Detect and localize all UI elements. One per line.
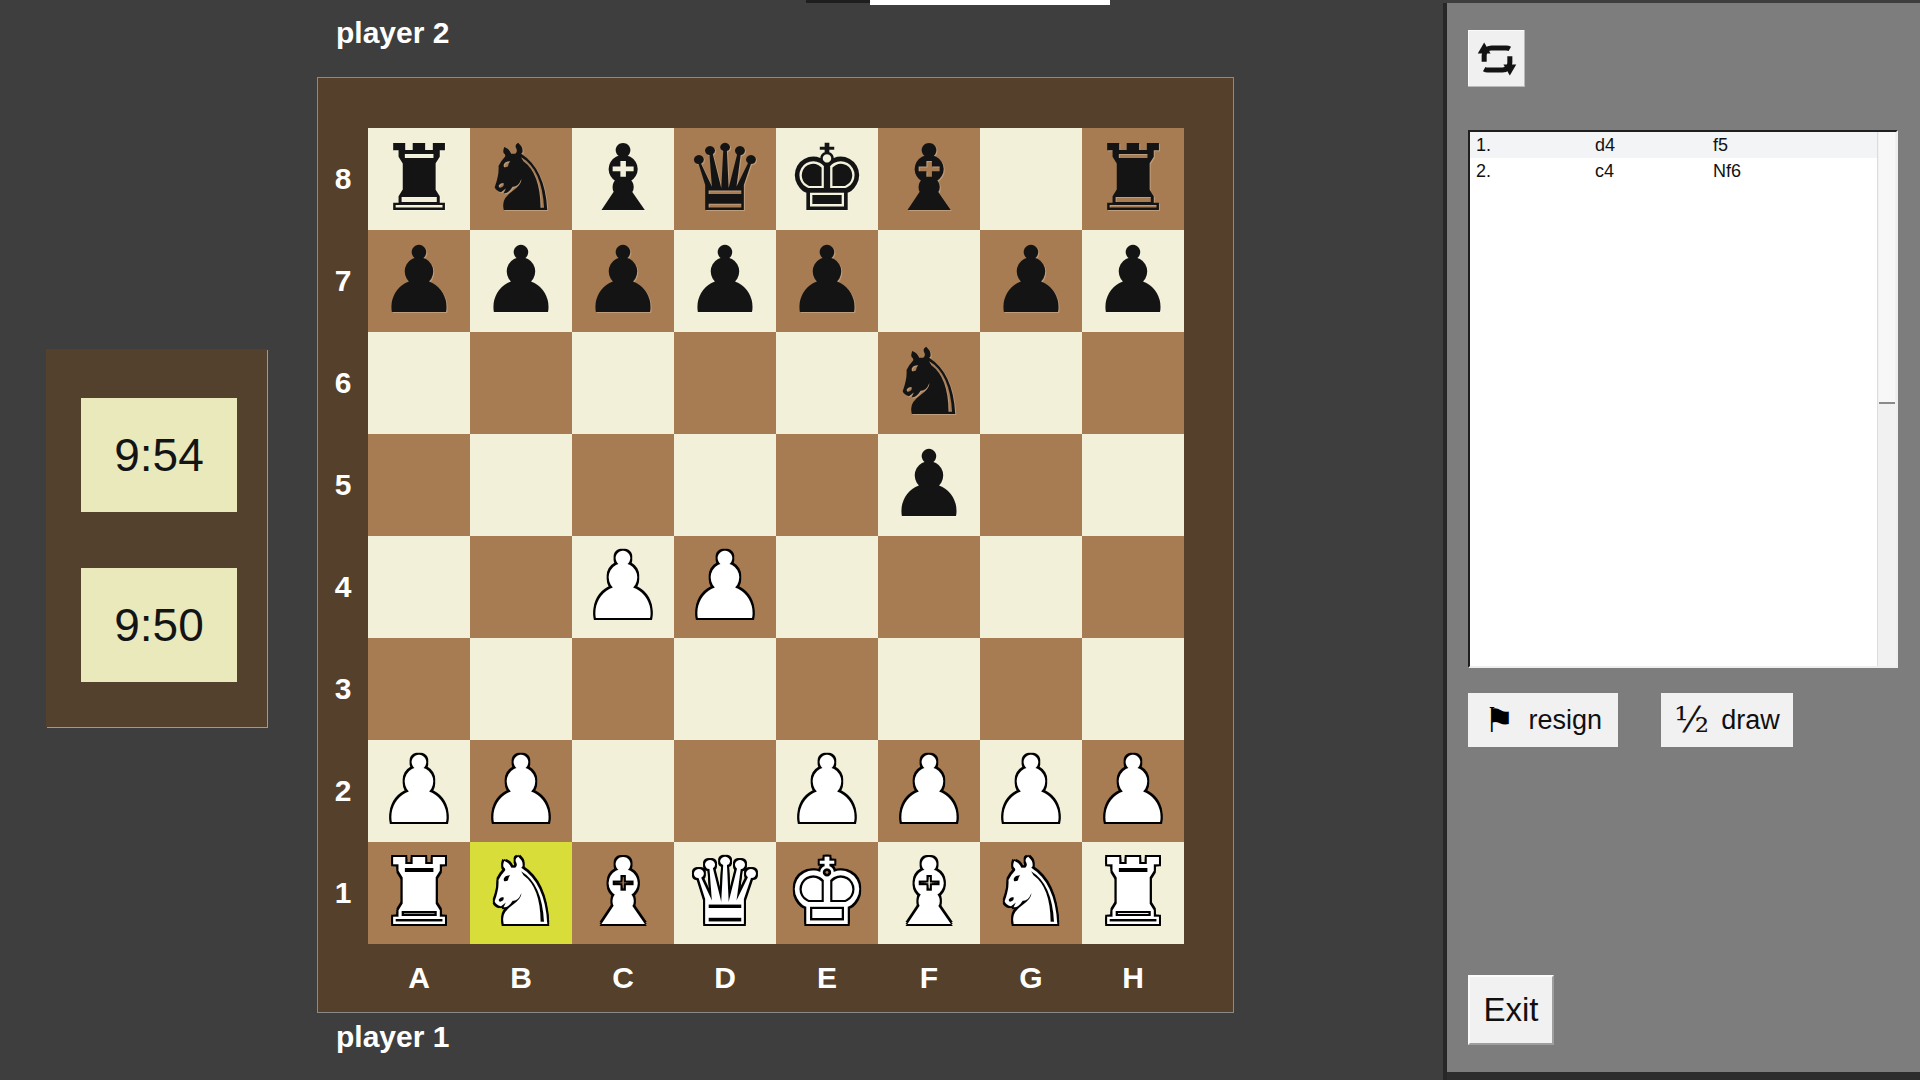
piece-white-N[interactable]: ♞ xyxy=(990,842,1072,944)
piece-white-P[interactable]: ♟ xyxy=(990,740,1072,842)
square-g7[interactable]: ♟ xyxy=(980,230,1082,332)
square-f8[interactable]: ♝ xyxy=(878,128,980,230)
square-a4[interactable] xyxy=(368,536,470,638)
square-c1[interactable]: ♝ xyxy=(572,842,674,944)
square-f2[interactable]: ♟ xyxy=(878,740,980,842)
square-e3[interactable] xyxy=(776,638,878,740)
square-a5[interactable] xyxy=(368,434,470,536)
square-d6[interactable] xyxy=(674,332,776,434)
mv-black: Nf6 xyxy=(1713,161,1896,182)
square-f6[interactable]: ♞ xyxy=(878,332,980,434)
file-label-G: G xyxy=(980,944,1082,1012)
square-a2[interactable]: ♟ xyxy=(368,740,470,842)
rank-label-5: 5 xyxy=(318,434,368,536)
square-b4[interactable] xyxy=(470,536,572,638)
mv-num: 1. xyxy=(1470,135,1595,156)
rank-label-3: 3 xyxy=(318,638,368,740)
square-g2[interactable]: ♟ xyxy=(980,740,1082,842)
square-b1[interactable]: ♞ xyxy=(470,842,572,944)
exit-button-label: Exit xyxy=(1483,991,1538,1029)
file-labels: ABCDEFGH xyxy=(368,944,1184,1012)
file-label-H: H xyxy=(1082,944,1184,1012)
square-c2[interactable] xyxy=(572,740,674,842)
panel-bottom-edge xyxy=(1447,1072,1920,1080)
move-list-scrollbar[interactable] xyxy=(1877,132,1896,666)
square-b6[interactable] xyxy=(470,332,572,434)
square-a8[interactable]: ♜ xyxy=(368,128,470,230)
player-bottom-label: player 1 xyxy=(336,1020,449,1054)
square-f5[interactable]: ♟ xyxy=(878,434,980,536)
scrollbar-thumb[interactable] xyxy=(1879,132,1895,404)
square-h3[interactable] xyxy=(1082,638,1184,740)
square-f4[interactable] xyxy=(878,536,980,638)
square-d1[interactable]: ♛ xyxy=(674,842,776,944)
piece-black-N[interactable]: ♞ xyxy=(480,128,562,230)
chess-app-window: player 2 player 1 9:54 9:50 87654321 ♜♞♝… xyxy=(0,0,1920,1080)
move-row-2[interactable]: 2.c4Nf6 xyxy=(1470,158,1896,184)
piece-white-R[interactable]: ♜ xyxy=(1092,842,1174,944)
square-h8[interactable]: ♜ xyxy=(1082,128,1184,230)
piece-black-N[interactable]: ♞ xyxy=(888,332,970,434)
rank-label-6: 6 xyxy=(318,332,368,434)
square-d8[interactable]: ♛ xyxy=(674,128,776,230)
square-c6[interactable] xyxy=(572,332,674,434)
piece-white-K[interactable]: ♚ xyxy=(786,842,868,944)
square-g3[interactable] xyxy=(980,638,1082,740)
clock-panel: 9:54 9:50 xyxy=(46,349,267,727)
file-label-C: C xyxy=(572,944,674,1012)
square-h1[interactable]: ♜ xyxy=(1082,842,1184,944)
square-e8[interactable]: ♚ xyxy=(776,128,878,230)
clock-player1: 9:50 xyxy=(81,568,237,682)
piece-black-R[interactable]: ♜ xyxy=(378,128,460,230)
square-e7[interactable]: ♟ xyxy=(776,230,878,332)
player-top-label: player 2 xyxy=(336,16,449,50)
resign-button-label: resign xyxy=(1528,705,1602,736)
square-g1[interactable]: ♞ xyxy=(980,842,1082,944)
square-b3[interactable] xyxy=(470,638,572,740)
piece-black-P[interactable]: ♟ xyxy=(786,230,868,332)
piece-black-P[interactable]: ♟ xyxy=(582,230,664,332)
piece-white-P[interactable]: ♟ xyxy=(480,740,562,842)
file-label-A: A xyxy=(368,944,470,1012)
rank-labels: 87654321 xyxy=(318,128,368,944)
square-g6[interactable] xyxy=(980,332,1082,434)
piece-white-P[interactable]: ♟ xyxy=(378,740,460,842)
exit-button[interactable]: Exit xyxy=(1468,975,1554,1045)
chess-board: 87654321 ♜♞♝♛♚♝♜♟♟♟♟♟♟♟♞♟♟♟♟♟♟♟♟♟♜♞♝♛♚♝♞… xyxy=(318,78,1233,1012)
square-h7[interactable]: ♟ xyxy=(1082,230,1184,332)
rank-label-4: 4 xyxy=(318,536,368,638)
piece-white-N[interactable]: ♞ xyxy=(480,842,562,944)
piece-black-P[interactable]: ♟ xyxy=(684,230,766,332)
square-f1[interactable]: ♝ xyxy=(878,842,980,944)
square-h2[interactable]: ♟ xyxy=(1082,740,1184,842)
move-row-1[interactable]: 1.d4f5 xyxy=(1470,132,1896,158)
clock-player2: 9:54 xyxy=(81,398,237,512)
file-label-E: E xyxy=(776,944,878,1012)
rank-label-2: 2 xyxy=(318,740,368,842)
file-label-F: F xyxy=(878,944,980,1012)
square-h5[interactable] xyxy=(1082,434,1184,536)
piece-white-P[interactable]: ♟ xyxy=(684,536,766,638)
square-c7[interactable]: ♟ xyxy=(572,230,674,332)
piece-black-Q[interactable]: ♛ xyxy=(684,128,766,230)
window-edge-artifact-white xyxy=(870,0,1110,5)
square-a1[interactable]: ♜ xyxy=(368,842,470,944)
square-a3[interactable] xyxy=(368,638,470,740)
half-point-icon: ½ xyxy=(1674,702,1709,738)
square-g8[interactable] xyxy=(980,128,1082,230)
board-squares: ♜♞♝♛♚♝♜♟♟♟♟♟♟♟♞♟♟♟♟♟♟♟♟♟♜♞♝♛♚♝♞♜ xyxy=(368,128,1184,944)
rank-label-8: 8 xyxy=(318,128,368,230)
piece-white-P[interactable]: ♟ xyxy=(1092,740,1174,842)
mv-num: 2. xyxy=(1470,161,1595,182)
piece-black-B[interactable]: ♝ xyxy=(582,128,664,230)
move-rows: 1.d4f52.c4Nf6 xyxy=(1470,132,1896,184)
square-d3[interactable] xyxy=(674,638,776,740)
square-c4[interactable]: ♟ xyxy=(572,536,674,638)
square-c8[interactable]: ♝ xyxy=(572,128,674,230)
square-d2[interactable] xyxy=(674,740,776,842)
move-list[interactable]: 1.d4f52.c4Nf6 xyxy=(1468,130,1898,668)
square-e6[interactable] xyxy=(776,332,878,434)
piece-black-R[interactable]: ♜ xyxy=(1092,128,1174,230)
piece-black-K[interactable]: ♚ xyxy=(786,128,868,230)
piece-white-P[interactable]: ♟ xyxy=(582,536,664,638)
piece-black-P[interactable]: ♟ xyxy=(990,230,1072,332)
square-g4[interactable] xyxy=(980,536,1082,638)
rank-label-1: 1 xyxy=(318,842,368,944)
flip-board-button[interactable] xyxy=(1468,30,1525,87)
piece-white-P[interactable]: ♟ xyxy=(786,740,868,842)
side-panel: 1.d4f52.c4Nf6 ⚑ resign ½ draw Exit xyxy=(1443,3,1920,1080)
square-d5[interactable] xyxy=(674,434,776,536)
square-c5[interactable] xyxy=(572,434,674,536)
square-b2[interactable]: ♟ xyxy=(470,740,572,842)
mv-white: d4 xyxy=(1595,135,1713,156)
file-label-B: B xyxy=(470,944,572,1012)
square-b8[interactable]: ♞ xyxy=(470,128,572,230)
square-f3[interactable] xyxy=(878,638,980,740)
flip-board-icon xyxy=(1475,37,1519,81)
square-b5[interactable] xyxy=(470,434,572,536)
piece-white-B[interactable]: ♝ xyxy=(888,842,970,944)
mv-black: f5 xyxy=(1713,135,1896,156)
mv-white: c4 xyxy=(1595,161,1713,182)
piece-black-B[interactable]: ♝ xyxy=(888,128,970,230)
piece-black-P[interactable]: ♟ xyxy=(480,230,562,332)
square-f7[interactable] xyxy=(878,230,980,332)
square-h6[interactable] xyxy=(1082,332,1184,434)
square-a6[interactable] xyxy=(368,332,470,434)
square-h4[interactable] xyxy=(1082,536,1184,638)
resign-button[interactable]: ⚑ resign xyxy=(1468,693,1618,747)
square-d7[interactable]: ♟ xyxy=(674,230,776,332)
square-d4[interactable]: ♟ xyxy=(674,536,776,638)
piece-white-Q[interactable]: ♛ xyxy=(684,842,766,944)
piece-white-R[interactable]: ♜ xyxy=(378,842,460,944)
draw-button[interactable]: ½ draw xyxy=(1661,693,1793,747)
resign-flag-icon: ⚑ xyxy=(1484,703,1514,737)
square-e4[interactable] xyxy=(776,536,878,638)
piece-white-P[interactable]: ♟ xyxy=(888,740,970,842)
square-e2[interactable]: ♟ xyxy=(776,740,878,842)
draw-button-label: draw xyxy=(1721,705,1780,736)
rank-label-7: 7 xyxy=(318,230,368,332)
window-edge-artifact-gray xyxy=(806,0,870,3)
piece-black-P[interactable]: ♟ xyxy=(378,230,460,332)
square-c3[interactable] xyxy=(572,638,674,740)
square-e1[interactable]: ♚ xyxy=(776,842,878,944)
square-a7[interactable]: ♟ xyxy=(368,230,470,332)
piece-black-P[interactable]: ♟ xyxy=(1092,230,1174,332)
piece-white-B[interactable]: ♝ xyxy=(582,842,664,944)
square-b7[interactable]: ♟ xyxy=(470,230,572,332)
file-label-D: D xyxy=(674,944,776,1012)
square-e5[interactable] xyxy=(776,434,878,536)
piece-black-P[interactable]: ♟ xyxy=(888,434,970,536)
square-g5[interactable] xyxy=(980,434,1082,536)
